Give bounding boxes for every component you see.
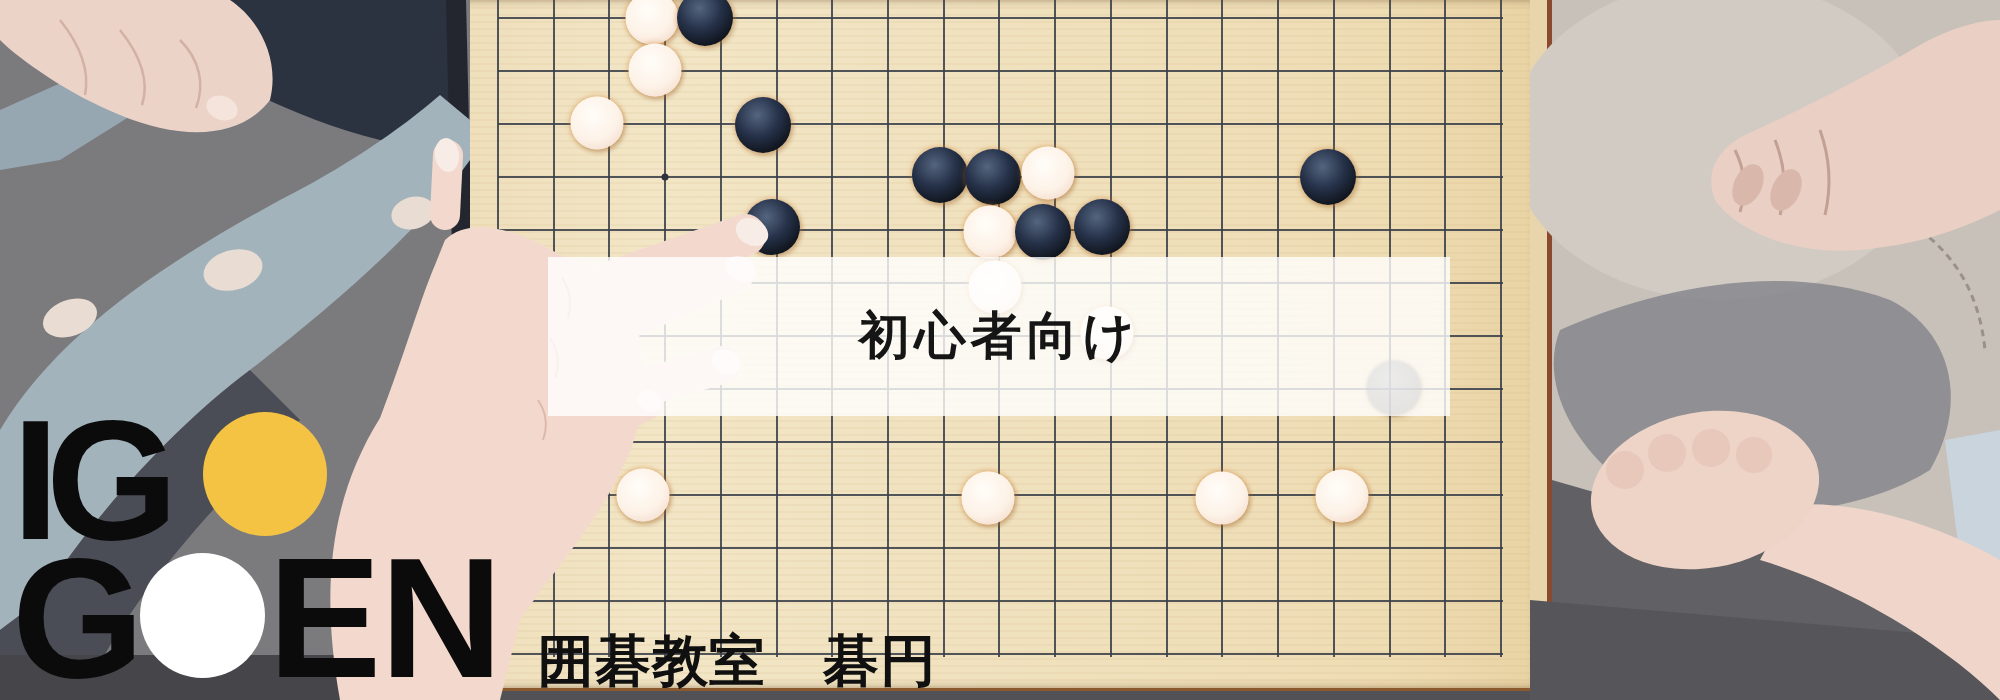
knuckle [1736,437,1772,473]
black-stone [1300,149,1356,205]
white-stone [629,44,682,97]
headline-band: 初心者向け [548,257,1450,416]
headline-text: 初心者向け [858,302,1139,371]
black-stone [965,149,1021,205]
logo-yellow-go-stone-dot [203,412,327,536]
white-stone [1196,472,1249,525]
white-stone [626,0,679,45]
white-stone [962,472,1015,525]
logo-letter-e: E [268,533,381,700]
logo-white-go-stone-dot [140,553,265,678]
black-stone [677,0,733,46]
school-name: 囲碁教室 碁円 [538,624,937,700]
white-stone [1022,147,1075,200]
white-stone [964,206,1017,259]
right-player-photo [1530,0,2000,700]
grid-hline [498,123,1503,125]
white-stone [1315,470,1368,523]
knuckle [1692,429,1730,467]
black-stone [912,147,968,203]
logo-letter-n: N [380,533,503,700]
black-stone [1015,204,1071,260]
knuckle [1648,434,1686,472]
knuckle [1606,451,1644,489]
grid-vline [1500,0,1502,657]
black-stone [1074,199,1130,255]
go-class-banner: 初心者向け I G G E N 囲碁教室 碁円 [0,0,2000,700]
logo-letter-g2: G [12,533,144,700]
